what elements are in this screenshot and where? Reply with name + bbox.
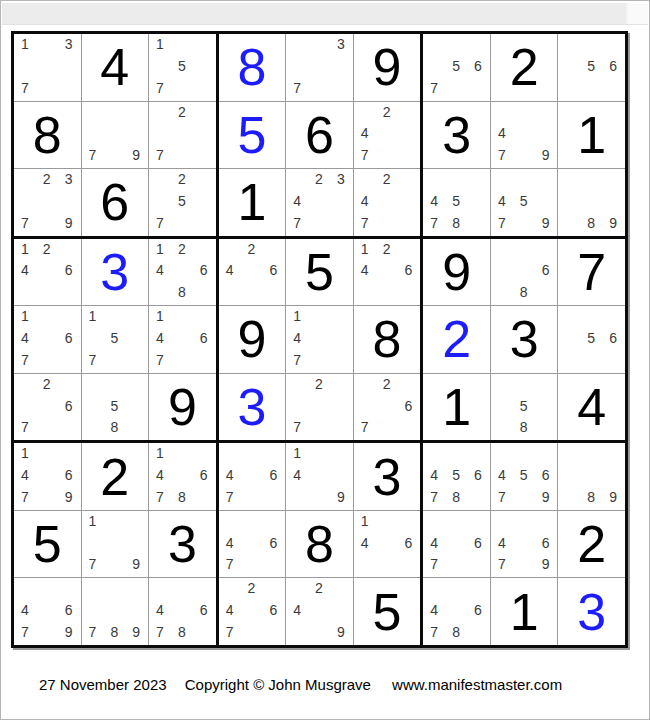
candidate-digit: 6	[609, 59, 617, 73]
candidate-digit: 2	[248, 581, 256, 595]
candidate-digit: 6	[269, 263, 277, 277]
candidate-digit: 5	[178, 59, 186, 73]
cell-r9c9[interactable]: 3	[558, 578, 625, 645]
cell-value: 1	[442, 381, 471, 433]
candidate-digit: 4	[361, 194, 369, 208]
candidate-digit: 8	[452, 216, 460, 230]
cell-value: 6	[100, 176, 129, 228]
candidate-digit: 4	[21, 331, 29, 345]
candidate-digit: 7	[430, 81, 438, 95]
cell-r1c7[interactable]: 567	[423, 34, 490, 101]
candidate-digit: 7	[21, 81, 29, 95]
candidate-digit: 2	[383, 172, 391, 186]
cell-r5c3[interactable]: 1467	[149, 306, 216, 373]
cell-r3c8[interactable]: 4579	[491, 169, 558, 236]
candidate-digit: 4	[430, 536, 438, 550]
cell-r2c4[interactable]: 5	[219, 102, 286, 169]
candidate-grid: 14678	[149, 443, 216, 510]
cell-r2c5[interactable]: 6	[286, 102, 353, 169]
candidate-digit: 6	[200, 468, 208, 482]
candidate-digit: 4	[156, 331, 164, 345]
cell-r8c5[interactable]: 8	[286, 511, 353, 578]
candidate-digit: 3	[65, 172, 73, 186]
candidate-grid: 4578	[423, 169, 490, 236]
cell-value: 4	[577, 381, 606, 433]
candidate-digit: 7	[156, 490, 164, 504]
candidate-digit: 6	[200, 263, 208, 277]
cell-value: 5	[237, 109, 266, 161]
cell-value: 3	[510, 313, 539, 365]
candidate-digit: 5	[452, 59, 460, 73]
candidate-grid: 1467	[14, 306, 81, 373]
candidate-digit: 7	[89, 625, 97, 639]
cell-r3c7[interactable]: 4578	[423, 169, 490, 236]
candidate-grid: 249	[286, 578, 353, 645]
candidate-digit: 4	[430, 468, 438, 482]
cell-r8c9[interactable]: 2	[558, 511, 625, 578]
candidate-digit: 8	[587, 216, 595, 230]
candidate-digit: 4	[498, 536, 506, 550]
candidate-digit: 4	[156, 603, 164, 617]
candidate-grid: 467	[219, 443, 286, 510]
candidate-digit: 4	[361, 126, 369, 140]
cell-r3c5[interactable]: 2347	[286, 169, 353, 236]
cell-value: 3	[373, 451, 402, 503]
candidate-digit: 2	[383, 105, 391, 119]
cell-r9c6[interactable]: 5	[354, 578, 421, 645]
sudoku-board: 1374157879272379625783795624712347247567…	[11, 31, 628, 648]
candidate-digit: 1	[21, 309, 29, 323]
candidate-grid: 149	[286, 443, 353, 510]
candidate-digit: 6	[269, 603, 277, 617]
box-7: 146792146785179346797894678	[14, 443, 216, 645]
cell-r1c8[interactable]: 2	[491, 34, 558, 101]
candidate-digit: 7	[156, 148, 164, 162]
candidate-digit: 6	[65, 603, 73, 617]
cell-value: 7	[577, 246, 606, 298]
candidate-digit: 1	[21, 37, 29, 51]
candidate-digit: 2	[43, 172, 51, 186]
box-8: 4671493467814624672495	[219, 443, 421, 645]
candidate-digit: 9	[337, 490, 345, 504]
candidate-digit: 8	[110, 625, 118, 639]
cell-r5c5[interactable]: 147	[286, 306, 353, 373]
candidate-digit: 1	[89, 309, 97, 323]
candidate-grid: 4678	[149, 578, 216, 645]
candidate-grid: 27	[286, 374, 353, 441]
candidate-digit: 7	[430, 557, 438, 571]
candidate-digit: 9	[542, 148, 550, 162]
cell-r1c3[interactable]: 157	[149, 34, 216, 101]
cell-r6c2[interactable]: 58	[82, 374, 149, 441]
cell-r4c3[interactable]: 12468	[149, 239, 216, 306]
cell-r2c9[interactable]: 1	[558, 102, 625, 169]
candidate-digit: 2	[315, 172, 323, 186]
cell-r9c7[interactable]: 4678	[423, 578, 490, 645]
cell-r4c2[interactable]: 3	[82, 239, 149, 306]
candidate-digit: 5	[520, 399, 528, 413]
candidate-grid: 467	[219, 511, 286, 578]
candidate-grid: 4579	[491, 169, 558, 236]
cell-value: 4	[100, 41, 129, 93]
cell-value: 8	[373, 313, 402, 365]
candidate-digit: 4	[21, 263, 29, 277]
cell-value: 6	[305, 109, 334, 161]
cell-r4c7[interactable]: 9	[423, 239, 490, 306]
candidate-digit: 1	[21, 446, 29, 460]
candidate-digit: 4	[293, 331, 301, 345]
candidate-grid: 2467	[219, 578, 286, 645]
candidate-digit: 7	[361, 148, 369, 162]
cell-r7c4[interactable]: 467	[219, 443, 286, 510]
candidate-grid: 56	[558, 306, 625, 373]
candidate-digit: 4	[293, 468, 301, 482]
cell-value: 8	[237, 41, 266, 93]
candidate-digit: 7	[498, 148, 506, 162]
candidate-digit: 9	[609, 490, 617, 504]
candidate-grid: 56	[558, 34, 625, 101]
candidate-digit: 7	[156, 353, 164, 367]
cell-r9c8[interactable]: 1	[491, 578, 558, 645]
candidate-digit: 4	[226, 536, 234, 550]
cell-r5c2[interactable]: 157	[82, 306, 149, 373]
candidate-grid: 79	[82, 102, 149, 169]
candidate-digit: 6	[65, 263, 73, 277]
candidate-digit: 7	[21, 353, 29, 367]
candidate-digit: 7	[226, 490, 234, 504]
cell-value: 1	[237, 176, 266, 228]
candidate-grid: 179	[82, 511, 149, 578]
cell-r6c6[interactable]: 267	[354, 374, 421, 441]
box-1: 13741578792723796257	[14, 34, 216, 236]
cell-value: 5	[305, 246, 334, 298]
candidate-digit: 9	[337, 625, 345, 639]
candidate-digit: 7	[89, 557, 97, 571]
cell-r9c2[interactable]: 789	[82, 578, 149, 645]
page: 1374157879272379625783795624712347247567…	[0, 0, 650, 720]
candidate-digit: 9	[65, 216, 73, 230]
cell-r5c9[interactable]: 56	[558, 306, 625, 373]
cell-r7c3[interactable]: 14678	[149, 443, 216, 510]
candidate-grid: 89	[558, 169, 625, 236]
cell-r8c6[interactable]: 146	[354, 511, 421, 578]
candidate-digit: 6	[474, 59, 482, 73]
candidate-digit: 1	[21, 242, 29, 256]
candidate-digit: 9	[542, 216, 550, 230]
cell-r7c2[interactable]: 2	[82, 443, 149, 510]
candidate-digit: 8	[178, 625, 186, 639]
cell-r5c4[interactable]: 9	[219, 306, 286, 373]
candidate-digit: 2	[178, 105, 186, 119]
cell-value: 9	[373, 41, 402, 93]
candidate-digit: 4	[498, 126, 506, 140]
footer-website: www.manifestmaster.com	[392, 676, 562, 693]
candidate-digit: 8	[520, 420, 528, 434]
cell-value: 3	[100, 246, 129, 298]
cell-r1c2[interactable]: 4	[82, 34, 149, 101]
candidate-digit: 4	[498, 468, 506, 482]
cell-r8c1[interactable]: 5	[14, 511, 81, 578]
candidate-digit: 6	[65, 468, 73, 482]
cell-r1c6[interactable]: 9	[354, 34, 421, 101]
candidate-digit: 4	[226, 263, 234, 277]
cell-value: 9	[442, 246, 471, 298]
cell-r2c8[interactable]: 479	[491, 102, 558, 169]
cell-value: 3	[168, 518, 197, 570]
candidate-digit: 1	[293, 309, 301, 323]
candidate-digit: 6	[405, 399, 413, 413]
candidate-digit: 5	[452, 468, 460, 482]
candidate-digit: 7	[226, 625, 234, 639]
candidate-digit: 7	[498, 216, 506, 230]
cell-r4c9[interactable]: 7	[558, 239, 625, 306]
cell-r6c1[interactable]: 267	[14, 374, 81, 441]
box-2: 83795624712347247	[219, 34, 421, 236]
candidate-digit: 7	[430, 216, 438, 230]
candidate-digit: 6	[200, 331, 208, 345]
footer-copyright: Copyright © John Musgrave	[185, 676, 371, 693]
candidate-digit: 2	[315, 377, 323, 391]
candidate-digit: 6	[65, 331, 73, 345]
candidate-grid: 267	[14, 374, 81, 441]
candidate-grid: 467	[423, 511, 490, 578]
candidate-digit: 6	[200, 603, 208, 617]
cell-r1c4[interactable]: 8	[219, 34, 286, 101]
candidate-digit: 9	[65, 625, 73, 639]
cell-value: 2	[100, 451, 129, 503]
candidate-digit: 6	[405, 536, 413, 550]
candidate-digit: 4	[226, 468, 234, 482]
candidate-digit: 7	[21, 216, 29, 230]
candidate-grid: 2347	[286, 169, 353, 236]
cell-r8c7[interactable]: 467	[423, 511, 490, 578]
cell-r6c4[interactable]: 3	[219, 374, 286, 441]
candidate-digit: 6	[474, 468, 482, 482]
candidate-grid: 789	[82, 578, 149, 645]
candidate-digit: 7	[293, 81, 301, 95]
candidate-digit: 6	[269, 468, 277, 482]
candidate-grid: 12468	[149, 239, 216, 306]
cell-r4c1[interactable]: 1246	[14, 239, 81, 306]
candidate-digit: 9	[542, 557, 550, 571]
candidate-grid: 257	[149, 169, 216, 236]
candidate-digit: 7	[293, 420, 301, 434]
candidate-digit: 4	[293, 603, 301, 617]
box-6: 968723561584	[423, 239, 625, 441]
cell-r2c2[interactable]: 79	[82, 102, 149, 169]
footer: 27 November 2023 Copyright © John Musgra…	[39, 676, 562, 693]
candidate-digit: 8	[587, 490, 595, 504]
cell-value: 9	[237, 313, 266, 365]
candidate-digit: 4	[361, 263, 369, 277]
candidate-digit: 2	[178, 242, 186, 256]
cell-r4c4[interactable]: 246	[219, 239, 286, 306]
candidate-digit: 4	[21, 603, 29, 617]
candidate-digit: 7	[21, 490, 29, 504]
candidate-digit: 1	[156, 37, 164, 51]
candidate-digit: 4	[156, 263, 164, 277]
cell-r6c8[interactable]: 58	[491, 374, 558, 441]
candidate-grid: 68	[491, 239, 558, 306]
candidate-grid: 479	[491, 102, 558, 169]
candidate-digit: 6	[542, 536, 550, 550]
candidate-digit: 4	[430, 603, 438, 617]
cell-value: 3	[442, 109, 471, 161]
candidate-grid: 2379	[14, 169, 81, 236]
candidate-digit: 8	[178, 490, 186, 504]
candidate-digit: 6	[65, 399, 73, 413]
candidate-grid: 89	[558, 443, 625, 510]
candidate-grid: 247	[354, 169, 421, 236]
candidate-digit: 7	[156, 216, 164, 230]
candidate-digit: 7	[498, 557, 506, 571]
candidate-digit: 7	[226, 557, 234, 571]
candidate-digit: 1	[361, 242, 369, 256]
candidate-grid: 58	[491, 374, 558, 441]
candidate-grid: 267	[354, 374, 421, 441]
cell-value: 5	[33, 518, 62, 570]
candidate-grid: 567	[423, 34, 490, 101]
candidate-digit: 4	[156, 468, 164, 482]
cell-r2c1[interactable]: 8	[14, 102, 81, 169]
cell-r6c5[interactable]: 27	[286, 374, 353, 441]
cell-r3c2[interactable]: 6	[82, 169, 149, 236]
candidate-digit: 5	[587, 59, 595, 73]
box-3: 567256347914578457989	[423, 34, 625, 236]
cell-r1c9[interactable]: 56	[558, 34, 625, 101]
candidate-digit: 9	[609, 216, 617, 230]
cell-r2c3[interactable]: 27	[149, 102, 216, 169]
box-4: 124631246814671571467267589	[14, 239, 216, 441]
candidate-digit: 5	[587, 331, 595, 345]
cell-r3c4[interactable]: 1	[219, 169, 286, 236]
candidate-grid: 14679	[14, 443, 81, 510]
cell-r5c8[interactable]: 3	[491, 306, 558, 373]
candidate-digit: 7	[430, 625, 438, 639]
cell-value: 2	[577, 518, 606, 570]
candidate-digit: 7	[361, 420, 369, 434]
candidate-digit: 1	[156, 242, 164, 256]
cell-r7c9[interactable]: 89	[558, 443, 625, 510]
candidate-digit: 4	[21, 468, 29, 482]
cell-r9c4[interactable]: 2467	[219, 578, 286, 645]
candidate-digit: 8	[452, 490, 460, 504]
candidate-grid: 4679	[14, 578, 81, 645]
cell-r4c5[interactable]: 5	[286, 239, 353, 306]
candidate-grid: 246	[219, 239, 286, 306]
candidate-digit: 4	[430, 194, 438, 208]
candidate-digit: 4	[498, 194, 506, 208]
cell-r8c2[interactable]: 179	[82, 511, 149, 578]
candidate-digit: 6	[609, 331, 617, 345]
cell-r7c6[interactable]: 3	[354, 443, 421, 510]
candidate-digit: 7	[156, 81, 164, 95]
cell-r4c6[interactable]: 1246	[354, 239, 421, 306]
cell-r7c7[interactable]: 45678	[423, 443, 490, 510]
candidate-digit: 1	[156, 446, 164, 460]
candidate-grid: 27	[149, 102, 216, 169]
cell-r7c1[interactable]: 14679	[14, 443, 81, 510]
cell-r3c3[interactable]: 257	[149, 169, 216, 236]
candidate-digit: 4	[293, 194, 301, 208]
candidate-grid: 137	[14, 34, 81, 101]
cell-r1c1[interactable]: 137	[14, 34, 81, 101]
candidate-digit: 6	[474, 536, 482, 550]
candidate-digit: 5	[110, 399, 118, 413]
cell-r3c9[interactable]: 89	[558, 169, 625, 236]
cell-r6c3[interactable]: 9	[149, 374, 216, 441]
cell-r8c3[interactable]: 3	[149, 511, 216, 578]
cell-r2c7[interactable]: 3	[423, 102, 490, 169]
candidate-digit: 1	[156, 309, 164, 323]
cell-r5c1[interactable]: 1467	[14, 306, 81, 373]
cell-r5c7[interactable]: 2	[423, 306, 490, 373]
cell-r8c8[interactable]: 4679	[491, 511, 558, 578]
candidate-grid: 157	[82, 306, 149, 373]
candidate-grid: 247	[354, 102, 421, 169]
candidate-grid: 58	[82, 374, 149, 441]
candidate-digit: 8	[178, 285, 186, 299]
cell-r7c5[interactable]: 149	[286, 443, 353, 510]
candidate-grid: 1467	[149, 306, 216, 373]
candidate-digit: 2	[178, 172, 186, 186]
candidate-digit: 7	[156, 625, 164, 639]
candidate-digit: 2	[383, 377, 391, 391]
candidate-digit: 7	[293, 353, 301, 367]
cell-r9c3[interactable]: 4678	[149, 578, 216, 645]
cell-r8c4[interactable]: 467	[219, 511, 286, 578]
cell-r6c9[interactable]: 4	[558, 374, 625, 441]
candidate-digit: 6	[405, 263, 413, 277]
candidate-digit: 7	[21, 420, 29, 434]
cell-r9c5[interactable]: 249	[286, 578, 353, 645]
candidate-grid: 1246	[354, 239, 421, 306]
cell-r2c6[interactable]: 247	[354, 102, 421, 169]
cell-r1c5[interactable]: 37	[286, 34, 353, 101]
candidate-digit: 7	[89, 148, 97, 162]
cell-r5c6[interactable]: 8	[354, 306, 421, 373]
cell-r9c1[interactable]: 4679	[14, 578, 81, 645]
candidate-digit: 6	[474, 603, 482, 617]
cell-r3c6[interactable]: 247	[354, 169, 421, 236]
candidate-digit: 2	[315, 581, 323, 595]
candidate-digit: 5	[178, 194, 186, 208]
candidate-digit: 8	[520, 285, 528, 299]
cell-r6c7[interactable]: 1	[423, 374, 490, 441]
candidate-digit: 5	[520, 468, 528, 482]
cell-value: 3	[577, 586, 606, 638]
candidate-digit: 5	[520, 194, 528, 208]
header-strip	[2, 3, 648, 25]
cell-r4c8[interactable]: 68	[491, 239, 558, 306]
candidate-digit: 9	[542, 490, 550, 504]
cell-r7c8[interactable]: 45679	[491, 443, 558, 510]
candidate-grid: 37	[286, 34, 353, 101]
candidate-digit: 1	[293, 446, 301, 460]
cell-value: 8	[305, 518, 334, 570]
cell-value: 8	[33, 109, 62, 161]
candidate-digit: 6	[542, 263, 550, 277]
candidate-digit: 5	[110, 331, 118, 345]
candidate-digit: 3	[337, 172, 345, 186]
cell-value: 1	[510, 586, 539, 638]
candidate-grid: 45679	[491, 443, 558, 510]
candidate-digit: 1	[361, 514, 369, 528]
cell-r3c1[interactable]: 2379	[14, 169, 81, 236]
candidate-digit: 7	[430, 490, 438, 504]
candidate-digit: 6	[542, 468, 550, 482]
candidate-digit: 9	[132, 148, 140, 162]
